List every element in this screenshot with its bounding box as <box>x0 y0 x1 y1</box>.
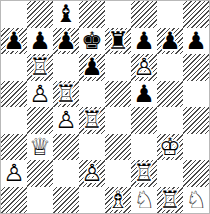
piece-white-bishop: ♗ <box>107 188 129 212</box>
square-d3[interactable] <box>79 134 105 161</box>
square-e8[interactable] <box>105 1 131 28</box>
square-g7[interactable]: ♟ <box>157 28 183 55</box>
square-d2[interactable]: ♙ <box>79 160 105 187</box>
piece-white-rook: ♖ <box>159 188 181 212</box>
square-f6[interactable]: ♙ <box>131 54 157 81</box>
square-e5[interactable] <box>105 81 131 108</box>
square-h5[interactable] <box>183 81 209 108</box>
square-g3[interactable]: ♔ <box>157 134 183 161</box>
square-a8[interactable] <box>1 1 27 28</box>
piece-white-pawn: ♙ <box>133 55 155 79</box>
square-e4[interactable] <box>105 107 131 134</box>
square-f3[interactable] <box>131 134 157 161</box>
square-c5[interactable]: ♖ <box>53 81 79 108</box>
square-d5[interactable] <box>79 81 105 108</box>
piece-black-king: ♚ <box>81 29 103 53</box>
square-g8[interactable] <box>157 1 183 28</box>
square-d4[interactable]: ♖ <box>79 107 105 134</box>
square-f5[interactable]: ♟ <box>131 81 157 108</box>
piece-black-pawn: ♟ <box>133 29 155 53</box>
piece-black-pawn: ♟ <box>55 29 77 53</box>
square-e1[interactable]: ♗ <box>105 187 131 214</box>
square-g6[interactable] <box>157 54 183 81</box>
piece-black-pawn: ♟ <box>133 82 155 106</box>
square-c8[interactable]: ♝ <box>53 1 79 28</box>
piece-white-knight: ♘ <box>133 188 155 212</box>
piece-black-pawn: ♟ <box>3 29 25 53</box>
square-b1[interactable] <box>27 187 53 214</box>
square-b3[interactable]: ♕ <box>27 134 53 161</box>
square-h2[interactable] <box>183 160 209 187</box>
piece-white-rook: ♖ <box>55 82 77 106</box>
square-g5[interactable] <box>157 81 183 108</box>
piece-black-pawn: ♟ <box>29 29 51 53</box>
piece-white-pawn: ♙ <box>3 161 25 185</box>
square-h4[interactable] <box>183 107 209 134</box>
square-a7[interactable]: ♟ <box>1 28 27 55</box>
square-d1[interactable] <box>79 187 105 214</box>
square-a2[interactable]: ♙ <box>1 160 27 187</box>
square-h3[interactable] <box>183 134 209 161</box>
piece-white-rook: ♖ <box>29 55 51 79</box>
piece-white-rook: ♖ <box>81 108 103 132</box>
square-b2[interactable] <box>27 160 53 187</box>
square-f2[interactable]: ♖ <box>131 160 157 187</box>
piece-white-queen: ♕ <box>29 135 51 159</box>
square-c6[interactable] <box>53 54 79 81</box>
square-d7[interactable]: ♚ <box>79 28 105 55</box>
square-f4[interactable] <box>131 107 157 134</box>
square-b6[interactable]: ♖ <box>27 54 53 81</box>
square-h1[interactable]: ♘ <box>183 187 209 214</box>
square-f1[interactable]: ♘ <box>131 187 157 214</box>
square-c1[interactable] <box>53 187 79 214</box>
square-a4[interactable] <box>1 107 27 134</box>
square-b4[interactable] <box>27 107 53 134</box>
chess-board: ♝♟♟♟♚♜♟♟♟♖♟♙♙♖♟♙♖♕♔♙♙♖♗♘♖♘ <box>0 0 210 214</box>
square-d8[interactable] <box>79 1 105 28</box>
square-e6[interactable] <box>105 54 131 81</box>
square-e3[interactable] <box>105 134 131 161</box>
square-c7[interactable]: ♟ <box>53 28 79 55</box>
square-c3[interactable] <box>53 134 79 161</box>
square-c4[interactable]: ♙ <box>53 107 79 134</box>
piece-white-knight: ♘ <box>185 188 207 212</box>
square-a5[interactable] <box>1 81 27 108</box>
square-g2[interactable] <box>157 160 183 187</box>
square-e7[interactable]: ♜ <box>105 28 131 55</box>
square-f7[interactable]: ♟ <box>131 28 157 55</box>
square-c2[interactable] <box>53 160 79 187</box>
square-h6[interactable] <box>183 54 209 81</box>
square-h8[interactable] <box>183 1 209 28</box>
piece-black-rook: ♜ <box>107 29 129 53</box>
piece-black-bishop: ♝ <box>55 2 77 26</box>
square-b8[interactable] <box>27 1 53 28</box>
piece-white-pawn: ♙ <box>55 108 77 132</box>
square-g4[interactable] <box>157 107 183 134</box>
piece-black-pawn: ♟ <box>81 55 103 79</box>
square-h7[interactable]: ♟ <box>183 28 209 55</box>
piece-black-pawn: ♟ <box>159 29 181 53</box>
square-e2[interactable] <box>105 160 131 187</box>
square-b5[interactable]: ♙ <box>27 81 53 108</box>
piece-white-pawn: ♙ <box>29 82 51 106</box>
square-d6[interactable]: ♟ <box>79 54 105 81</box>
piece-white-rook: ♖ <box>133 161 155 185</box>
square-a3[interactable] <box>1 134 27 161</box>
square-f8[interactable] <box>131 1 157 28</box>
chess-board-wrapper: ♝♟♟♟♚♜♟♟♟♖♟♙♙♖♟♙♖♕♔♙♙♖♗♘♖♘ <box>0 0 210 214</box>
piece-white-king: ♔ <box>159 135 181 159</box>
piece-black-pawn: ♟ <box>185 29 207 53</box>
square-b7[interactable]: ♟ <box>27 28 53 55</box>
piece-white-pawn: ♙ <box>81 161 103 185</box>
square-a6[interactable] <box>1 54 27 81</box>
square-a1[interactable] <box>1 187 27 214</box>
square-g1[interactable]: ♖ <box>157 187 183 214</box>
